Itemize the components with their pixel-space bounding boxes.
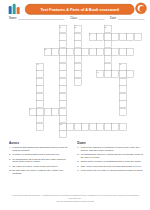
clue-item: 4.a drawing that shows how something wor…: [9, 146, 71, 152]
crossword-cell[interactable]: [59, 85, 66, 92]
crossword-cell[interactable]: [74, 55, 81, 62]
crossword-cell[interactable]: [111, 123, 118, 130]
crossword-cell[interactable]: [51, 48, 58, 55]
date-label: Date: [110, 16, 116, 19]
name-label: Name: [9, 16, 17, 19]
crossword-cell[interactable]: [104, 55, 111, 62]
crossword-cell[interactable]: [89, 123, 96, 130]
clue-number: 8: [97, 71, 98, 73]
crossword-cell[interactable]: [119, 48, 126, 55]
crossword-cell[interactable]: [104, 63, 111, 70]
clue-item: 9.the name of a book, found on the front…: [9, 165, 71, 168]
clue-item: 1.a list of the chapters or sections of …: [77, 146, 143, 152]
clue-item-text: dark, heavy print used to point out impo…: [81, 165, 144, 168]
crossword-cell[interactable]: [74, 40, 81, 47]
crossword-grid: 12345678910: [29, 25, 142, 138]
crossword-cell[interactable]: [74, 78, 81, 85]
logo-bar-blue: [9, 6, 12, 14]
clue-number: 7: [120, 63, 121, 65]
crossword-cell[interactable]: [96, 33, 103, 40]
clue-item: 5.a picture or drawing that helps explai…: [9, 153, 71, 156]
clue-item: 6.dark, heavy print used to point out im…: [77, 165, 143, 168]
crossword-cell[interactable]: [59, 93, 66, 100]
crossword-cell[interactable]: [36, 108, 43, 115]
brand-logo-icon: [135, 3, 146, 14]
crossword-cell[interactable]: [81, 123, 88, 130]
student-fields: Name Class Date: [0, 15, 150, 20]
clue-item: 8.an alphabetical list of topics and the…: [9, 158, 71, 164]
crossword-cell[interactable]: [36, 85, 43, 92]
crossword-cell[interactable]: 5: [44, 48, 51, 55]
crossword-cell[interactable]: [59, 78, 66, 85]
crossword-cell[interactable]: [51, 108, 58, 115]
crossword-cell[interactable]: [59, 63, 66, 70]
clue-item: 7.a title at the top of a page or sectio…: [77, 169, 143, 172]
across-clues: Across 4.a drawing that shows how someth…: [9, 141, 71, 176]
clue-number: 5: [45, 48, 46, 50]
crossword-cell[interactable]: [59, 130, 66, 137]
clue-item-text: a title at the top of a page or section …: [81, 169, 144, 172]
crossword-cell[interactable]: 9: [29, 108, 36, 115]
crossword-cell[interactable]: [89, 48, 96, 55]
crossword-cell[interactable]: [104, 70, 111, 77]
crossword-cell[interactable]: [59, 55, 66, 62]
clue-item-text: a picture or drawing that helps explain …: [12, 153, 70, 156]
copyright-footer: © Copyright NewPath Learning. All Rights…: [8, 194, 141, 202]
crossword-cell[interactable]: [96, 123, 103, 130]
crossword-cell[interactable]: 7: [119, 63, 126, 70]
crossword-cell[interactable]: [126, 48, 133, 55]
crossword-cell[interactable]: [134, 33, 141, 40]
crossword-cell[interactable]: [104, 48, 111, 55]
clue-number: 9: [30, 108, 31, 110]
crossword-cell[interactable]: [119, 78, 126, 85]
logo-bar-teal: [13, 4, 16, 14]
crossword-cell[interactable]: [59, 70, 66, 77]
crossword-cell[interactable]: [126, 33, 133, 40]
crossword-cell[interactable]: 1: [59, 25, 66, 32]
clue-number: 4: [90, 33, 91, 35]
crossword-cell[interactable]: [36, 93, 43, 100]
worksheet-title: Text Features & Parts of A Book crosswor…: [25, 4, 134, 15]
clue-item-text: the first page of a book; it lists the t…: [12, 169, 70, 175]
crossword-cell[interactable]: [59, 100, 66, 107]
crossword-cell[interactable]: [74, 33, 81, 40]
clue-item-text: the name of a book, found on the front c…: [12, 165, 70, 168]
crossword-cell[interactable]: [59, 48, 66, 55]
clue-number: 3: [105, 26, 106, 28]
crossword-cell[interactable]: [36, 100, 43, 107]
crossword-cell[interactable]: [119, 123, 126, 130]
crossword-cell[interactable]: [111, 70, 118, 77]
crossword-cell[interactable]: [104, 40, 111, 47]
crossword-cell[interactable]: [36, 115, 43, 122]
clue-number: 1: [60, 26, 61, 28]
footer-line2: Visit us at www.NewPathWorksheets.com: [8, 200, 141, 203]
crossword-cell[interactable]: [81, 48, 88, 55]
clue-number: 6: [37, 63, 38, 65]
crossword-cell[interactable]: [111, 33, 118, 40]
crossword-cell[interactable]: [119, 108, 126, 115]
crossword-cell[interactable]: 8: [96, 70, 103, 77]
clue-number: 10: [60, 123, 62, 125]
crossword-cell[interactable]: 6: [36, 63, 43, 70]
class-label: Class: [70, 16, 77, 19]
crossword-cell[interactable]: [104, 123, 111, 130]
down-clues: Down 1.a list of the chapters or section…: [77, 141, 143, 173]
clue-item: 10.the first page of a book; it lists th…: [9, 169, 71, 175]
crossword-cell[interactable]: 10: [59, 123, 66, 130]
crossword-cell[interactable]: [104, 33, 111, 40]
crossword-cell[interactable]: [59, 115, 66, 122]
crossword-cell[interactable]: [36, 70, 43, 77]
logo-bar-orange: [17, 7, 20, 14]
crossword-cell[interactable]: [111, 48, 118, 55]
crossword-cell[interactable]: [74, 48, 81, 55]
crossword-cell[interactable]: [74, 123, 81, 130]
crossword-cell[interactable]: 2: [74, 25, 81, 32]
crossword-cell[interactable]: [119, 70, 126, 77]
crossword-cell[interactable]: [59, 108, 66, 115]
crossword-cell[interactable]: [119, 100, 126, 107]
clue-item: 3.words under a picture or photograph th…: [77, 160, 143, 163]
crossword-cell[interactable]: [126, 70, 133, 77]
crossword-cell[interactable]: [59, 33, 66, 40]
worksheet-page: Text Features & Parts of A Book crosswor…: [0, 0, 150, 210]
crossword-cell[interactable]: 3: [104, 25, 111, 32]
crossword-cell[interactable]: [74, 63, 81, 70]
crossword-cell[interactable]: [36, 123, 43, 130]
clue-item-text: an alphabetical list of topics and their…: [12, 158, 70, 164]
clue-item-text: a drawing that shows how something works…: [12, 146, 70, 152]
clue-item-text: an alphabetical list of key words and th…: [81, 153, 144, 159]
across-header: Across: [9, 141, 71, 144]
crossword-cell[interactable]: [66, 48, 73, 55]
crossword-cell[interactable]: [59, 40, 66, 47]
crossword-cell[interactable]: [119, 85, 126, 92]
crossword-cell[interactable]: [36, 78, 43, 85]
crossword-cell[interactable]: [119, 33, 126, 40]
clue-number: 2: [75, 26, 76, 28]
crossword-cell[interactable]: [44, 108, 51, 115]
crossword-cell[interactable]: [96, 48, 103, 55]
crossword-cell[interactable]: [119, 93, 126, 100]
crossword-cell[interactable]: [66, 123, 73, 130]
clue-item-text: a list of the chapters or sections of a …: [81, 146, 144, 152]
clue-item: 2.an alphabetical list of key words and …: [77, 153, 143, 159]
publisher-logo-icon: [8, 3, 21, 14]
down-header: Down: [77, 141, 143, 144]
crossword-cell[interactable]: [74, 70, 81, 77]
crossword-cell[interactable]: 4: [89, 33, 96, 40]
clue-item-text: words under a picture or photograph that…: [81, 160, 144, 163]
